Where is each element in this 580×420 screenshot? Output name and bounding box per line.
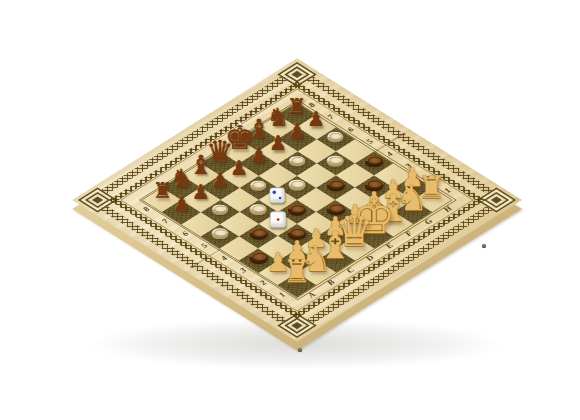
die-1 — [270, 188, 285, 203]
king-finial — [238, 122, 241, 125]
dark-pawn: ♟ — [172, 194, 190, 214]
light-checker — [250, 204, 267, 215]
dark-pawn: ♟ — [249, 145, 267, 165]
light-checker — [250, 181, 266, 191]
dark-pawn: ♟ — [230, 158, 248, 178]
die-pip — [276, 217, 279, 220]
dark-checker — [250, 228, 268, 239]
light-checker — [327, 132, 343, 142]
light-checker — [289, 156, 305, 166]
light-checker — [212, 205, 228, 215]
dark-knight: ♞ — [170, 165, 192, 190]
die-pip — [273, 191, 276, 194]
dark-pawn: ♟ — [192, 182, 210, 202]
dark-pawn: ♟ — [307, 109, 325, 129]
light-checker — [211, 229, 228, 240]
game-board: 87654321 87654321 ABCDEFGH ♜♞♝♛♚♝♞♜♟♟♟♟♟… — [72, 58, 522, 341]
dark-checker — [288, 204, 306, 215]
light-checker — [327, 156, 344, 167]
light-checker — [288, 180, 305, 191]
dark-pawn: ♟ — [288, 121, 306, 141]
dark-checker — [365, 155, 383, 166]
dark-pawn: ♟ — [269, 133, 287, 153]
hinge-screw — [298, 348, 302, 352]
light-rook: ♜ — [283, 257, 311, 288]
product-photo-scene: 87654321 87654321 ABCDEFGH ♜♞♝♛♚♝♞♜♟♟♟♟♟… — [0, 0, 580, 420]
dark-checker — [249, 252, 268, 264]
dark-pawn: ♟ — [211, 170, 229, 190]
board-field: ♜♞♝♛♚♝♞♜♟♟♟♟♟♟♟♟♟♟♟♟♟♟♟♟♜♞♝♛♚♝♞♜ — [141, 102, 452, 298]
board-3d-wrap: 87654321 87654321 ABCDEFGH ♜♞♝♛♚♝♞♜♟♟♟♟♟… — [138, 41, 456, 359]
dark-rook: ♜ — [152, 180, 172, 202]
hinge-screw — [482, 244, 486, 248]
dark-rook: ♜ — [287, 95, 307, 117]
dark-checker — [327, 180, 345, 191]
die-2 — [270, 211, 286, 227]
die-pip — [279, 196, 282, 199]
